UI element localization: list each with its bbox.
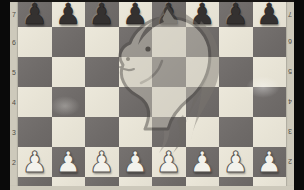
white-pawn[interactable]: ♟: [89, 148, 115, 177]
rank-label-3: 3: [286, 117, 294, 147]
square-d3[interactable]: [119, 117, 153, 147]
letterbox-right: [294, 0, 304, 190]
black-pawn[interactable]: ♟: [189, 0, 215, 29]
chess-board: 765432 765432 ♟♟♟♟♟♟♟♟♟♟♟♟♟♟♟♟: [10, 0, 294, 190]
square-c7[interactable]: ♟: [85, 2, 119, 27]
square-d5[interactable]: [119, 57, 153, 87]
square-a3[interactable]: [18, 117, 52, 147]
square-e6[interactable]: [152, 27, 186, 57]
square-f7[interactable]: ♟: [186, 2, 220, 27]
square-f4[interactable]: [186, 87, 220, 117]
square-b4[interactable]: [52, 87, 86, 117]
square-b7[interactable]: ♟: [52, 2, 86, 27]
rank-label-2: 2: [286, 147, 294, 177]
white-pawn[interactable]: ♟: [22, 148, 48, 177]
rank-label-5: 5: [10, 57, 18, 87]
black-pawn[interactable]: ♟: [55, 0, 81, 29]
black-pawn[interactable]: ♟: [89, 0, 115, 29]
rank-label-5: 5: [286, 57, 294, 87]
board-squares: ♟♟♟♟♟♟♟♟♟♟♟♟♟♟♟♟: [18, 2, 286, 186]
square-d6[interactable]: [119, 27, 153, 57]
black-pawn[interactable]: ♟: [256, 0, 282, 29]
square-c2[interactable]: ♟: [85, 147, 119, 177]
square-g5[interactable]: [219, 57, 253, 87]
square-h2[interactable]: ♟: [253, 147, 287, 177]
square-c4[interactable]: [85, 87, 119, 117]
rank-label-7: 7: [10, 2, 18, 27]
square-e2[interactable]: ♟: [152, 147, 186, 177]
square-h3[interactable]: [253, 117, 287, 147]
square-c5[interactable]: [85, 57, 119, 87]
square-c3[interactable]: [85, 117, 119, 147]
black-pawn[interactable]: ♟: [122, 0, 148, 29]
square-b2[interactable]: ♟: [52, 147, 86, 177]
white-pawn[interactable]: ♟: [156, 148, 182, 177]
square-g2[interactable]: ♟: [219, 147, 253, 177]
rank-labels-right: 765432: [286, 2, 294, 186]
square-b6[interactable]: [52, 27, 86, 57]
rank-labels-left: 765432: [10, 2, 18, 186]
letterbox-left: [0, 0, 10, 190]
square-g6[interactable]: [219, 27, 253, 57]
white-pawn[interactable]: ♟: [256, 148, 282, 177]
square-b3[interactable]: [52, 117, 86, 147]
rank-label-6: 6: [10, 27, 18, 57]
square-f5[interactable]: [186, 57, 220, 87]
square-h4[interactable]: [253, 87, 287, 117]
square-h7[interactable]: ♟: [253, 2, 287, 27]
square-a4[interactable]: [18, 87, 52, 117]
square-e4[interactable]: [152, 87, 186, 117]
square-a6[interactable]: [18, 27, 52, 57]
square-g7[interactable]: ♟: [219, 2, 253, 27]
square-h6[interactable]: [253, 27, 287, 57]
square-f6[interactable]: [186, 27, 220, 57]
black-pawn[interactable]: ♟: [22, 0, 48, 29]
rank-label-1: [286, 177, 294, 186]
white-pawn[interactable]: ♟: [223, 148, 249, 177]
square-d7[interactable]: ♟: [119, 2, 153, 27]
rank-label-4: 4: [286, 87, 294, 117]
square-d4[interactable]: [119, 87, 153, 117]
square-f2[interactable]: ♟: [186, 147, 220, 177]
square-a2[interactable]: ♟: [18, 147, 52, 177]
rank-label-3: 3: [10, 117, 18, 147]
white-pawn[interactable]: ♟: [55, 148, 81, 177]
square-h5[interactable]: [253, 57, 287, 87]
file-labels-strip: [10, 186, 294, 190]
square-e3[interactable]: [152, 117, 186, 147]
rank-label-6: 6: [286, 27, 294, 57]
square-b5[interactable]: [52, 57, 86, 87]
rank-label-4: 4: [10, 87, 18, 117]
top-crop-edge: [10, 0, 294, 2]
black-pawn[interactable]: ♟: [223, 0, 249, 29]
white-pawn[interactable]: ♟: [122, 148, 148, 177]
square-e5[interactable]: [152, 57, 186, 87]
black-pawn[interactable]: ♟: [156, 0, 182, 29]
rank-label-7: 7: [286, 2, 294, 27]
square-a5[interactable]: [18, 57, 52, 87]
square-g4[interactable]: [219, 87, 253, 117]
square-e7[interactable]: ♟: [152, 2, 186, 27]
square-c6[interactable]: [85, 27, 119, 57]
square-a7[interactable]: ♟: [18, 2, 52, 27]
square-g3[interactable]: [219, 117, 253, 147]
square-d2[interactable]: ♟: [119, 147, 153, 177]
rank-label-2: 2: [10, 147, 18, 177]
square-f3[interactable]: [186, 117, 220, 147]
white-pawn[interactable]: ♟: [189, 148, 215, 177]
rank-label-1: [10, 177, 18, 186]
video-frame: 765432 765432 ♟♟♟♟♟♟♟♟♟♟♟♟♟♟♟♟: [0, 0, 304, 190]
